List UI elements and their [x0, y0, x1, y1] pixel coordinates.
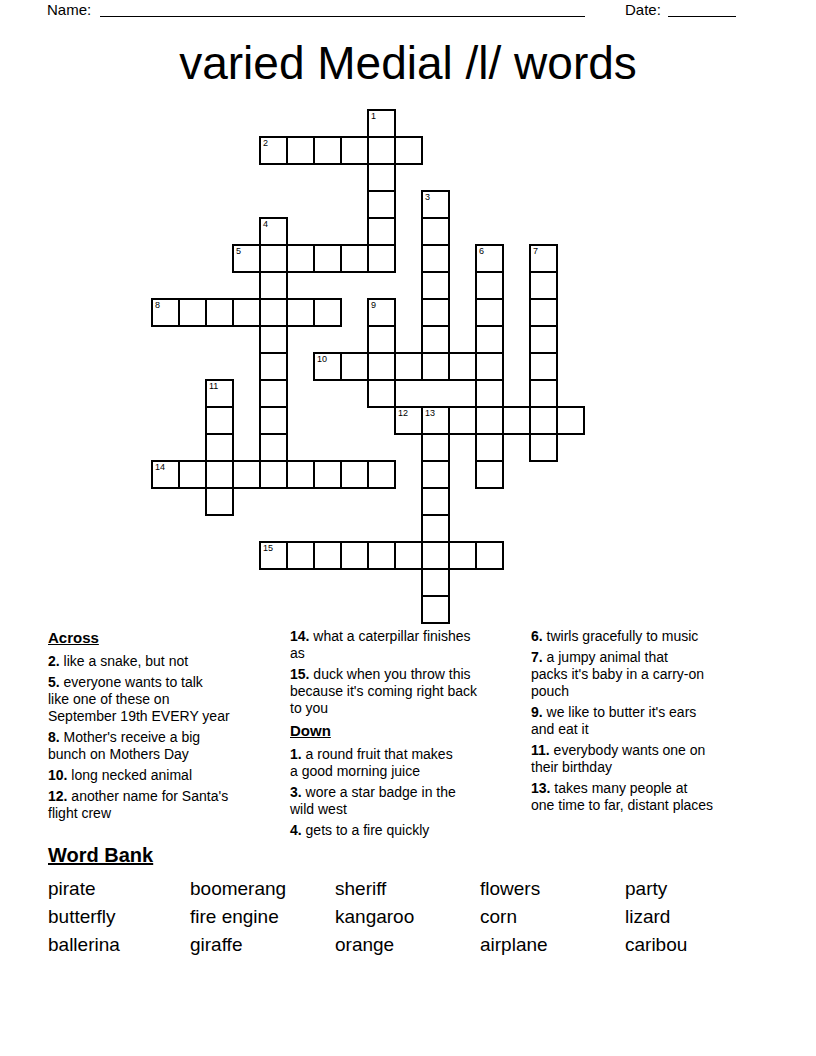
grid-cell[interactable] [422, 569, 449, 596]
grid-cell[interactable] [476, 272, 503, 299]
word-bank-word: pirate [48, 877, 190, 901]
clue-number: 10. [48, 767, 67, 783]
name-label: Name: [47, 1, 91, 19]
grid-cell[interactable] [422, 245, 449, 272]
word-bank-word: caribou [625, 933, 765, 957]
word-bank-heading: Word Bank [48, 843, 765, 867]
grid-cell[interactable] [422, 299, 449, 326]
grid-cell[interactable] [206, 461, 233, 488]
clue-text: Mother's receive a big bunch on Mothers … [48, 729, 200, 762]
clue-across-5: 5. everyone wants to talk like one of th… [48, 674, 280, 725]
grid-cell[interactable]: 15 [260, 542, 287, 569]
grid-cell[interactable] [422, 434, 449, 461]
grid-cell[interactable]: 6 [476, 245, 503, 272]
grid-cell[interactable] [206, 434, 233, 461]
clue-text: we like to butter it's ears and eat it [531, 704, 696, 737]
grid-cell[interactable]: 13 [422, 407, 449, 434]
grid-cell[interactable]: 3 [422, 191, 449, 218]
clue-down-11: 11. everybody wants one on their birthda… [531, 742, 766, 776]
grid-cell[interactable] [422, 515, 449, 542]
grid-cell[interactable] [422, 488, 449, 515]
grid-cell[interactable] [260, 299, 287, 326]
clue-number: 12. [48, 788, 67, 804]
grid-cell[interactable] [530, 272, 557, 299]
grid-cell[interactable] [395, 137, 422, 164]
word-bank-word: giraffe [190, 933, 335, 957]
clue-number: 13. [531, 780, 550, 796]
cell-number: 13 [425, 408, 435, 418]
grid-cell[interactable] [368, 542, 395, 569]
word-bank-word: orange [335, 933, 480, 957]
clue-down-13: 13. takes many people at one time to far… [531, 780, 766, 814]
word-bank-word: fire engine [190, 905, 335, 929]
clue-down-7: 7. a jumpy animal that packs it's baby i… [531, 649, 766, 700]
clue-text: everyone wants to talk like one of these… [48, 674, 230, 724]
grid-cell[interactable] [368, 326, 395, 353]
cell-number: 12 [398, 408, 408, 418]
grid-cell[interactable] [476, 299, 503, 326]
grid-cell[interactable] [260, 326, 287, 353]
grid-cell[interactable] [314, 461, 341, 488]
clues-column-3: 6. twirls gracefully to music 7. a jumpy… [531, 628, 766, 818]
grid-cell[interactable] [530, 326, 557, 353]
grid-cell[interactable] [476, 326, 503, 353]
grid-cell[interactable] [422, 461, 449, 488]
clue-number: 9. [531, 704, 543, 720]
clue-down-9: 9. we like to butter it's ears and eat i… [531, 704, 766, 738]
cell-number: 8 [155, 300, 160, 310]
down-heading: Down [290, 721, 528, 740]
clue-number: 8. [48, 729, 60, 745]
grid-cell[interactable]: 1 [368, 110, 395, 137]
clue-text: gets to a fire quickly [306, 822, 430, 838]
clue-across-15: 15. duck when you throw this because it'… [290, 666, 528, 717]
cell-number: 11 [209, 381, 218, 391]
grid-cell[interactable] [260, 434, 287, 461]
cell-number: 9 [371, 300, 376, 310]
across-heading: Across [48, 628, 280, 647]
word-bank-word: butterfly [48, 905, 190, 929]
word-bank-word: corn [480, 905, 625, 929]
clue-number: 7. [531, 649, 543, 665]
clue-text: long necked animal [71, 767, 192, 783]
grid-cell[interactable]: 9 [368, 299, 395, 326]
grid-cell[interactable] [287, 245, 314, 272]
grid-cell[interactable] [422, 353, 449, 380]
worksheet-page: { "game": "crossword", "title": "varied … [0, 0, 816, 1056]
grid-cell[interactable] [314, 245, 341, 272]
grid-cell[interactable] [530, 299, 557, 326]
clue-number: 6. [531, 628, 543, 644]
grid-cell[interactable] [368, 137, 395, 164]
clue-across-2: 2. like a snake, but not [48, 653, 280, 670]
word-bank-word: boomerang [190, 877, 335, 901]
clue-text: another name for Santa's flight crew [48, 788, 228, 821]
grid-cell[interactable] [260, 461, 287, 488]
grid-cell[interactable]: 12 [395, 407, 422, 434]
grid-cell[interactable] [422, 326, 449, 353]
grid-cell[interactable] [260, 245, 287, 272]
grid-cell[interactable] [449, 407, 476, 434]
grid-cell[interactable] [341, 245, 368, 272]
grid-cell[interactable] [368, 353, 395, 380]
grid-cell[interactable]: 8 [152, 299, 179, 326]
clue-text: a round fruit that makes a good morning … [290, 746, 453, 779]
clue-number: 5. [48, 674, 60, 690]
grid-cell[interactable] [179, 461, 206, 488]
clue-text: duck when you throw this because it's co… [290, 666, 477, 716]
grid-cell[interactable] [260, 353, 287, 380]
grid-cell[interactable] [287, 542, 314, 569]
clue-down-1: 1. a round fruit that makes a good morni… [290, 746, 528, 780]
cell-number: 3 [425, 192, 430, 202]
clue-down-6: 6. twirls gracefully to music [531, 628, 766, 645]
grid-cell[interactable] [530, 434, 557, 461]
grid-cell[interactable] [476, 407, 503, 434]
grid-cell[interactable]: 7 [530, 245, 557, 272]
clue-number: 4. [290, 822, 302, 838]
clue-across-12: 12. another name for Santa's flight crew [48, 788, 280, 822]
grid-cell[interactable] [341, 353, 368, 380]
grid-cell[interactable] [530, 407, 557, 434]
grid-cell[interactable] [422, 596, 449, 623]
cell-number: 2 [263, 138, 268, 148]
grid-cell[interactable] [287, 299, 314, 326]
clue-down-4: 4. gets to a fire quickly [290, 822, 528, 839]
grid-cell[interactable] [206, 488, 233, 515]
clue-across-8: 8. Mother's receive a big bunch on Mothe… [48, 729, 280, 763]
clue-text: takes many people at one time to far, di… [531, 780, 713, 813]
name-input-line[interactable] [100, 16, 585, 17]
clue-number: 11. [531, 742, 550, 758]
grid-cell[interactable] [368, 218, 395, 245]
word-bank-word: ballerina [48, 933, 190, 957]
clue-text: wore a star badge in the wild west [290, 784, 456, 817]
word-bank-word: party [625, 877, 765, 901]
grid-cell[interactable] [368, 191, 395, 218]
grid-cell[interactable] [368, 380, 395, 407]
grid-cell[interactable]: 4 [260, 218, 287, 245]
clue-number: 14. [290, 628, 309, 644]
word-bank-grid: pirate boomerang sheriff flowers party b… [48, 875, 765, 959]
grid-cell[interactable] [233, 299, 260, 326]
grid-cell[interactable] [341, 137, 368, 164]
clue-text: like a snake, but not [64, 653, 189, 669]
grid-cell[interactable]: 10 [314, 353, 341, 380]
cell-number: 7 [533, 246, 538, 256]
grid-cell[interactable] [449, 353, 476, 380]
date-input-line[interactable] [668, 16, 736, 17]
grid-cell[interactable] [206, 299, 233, 326]
grid-cell[interactable] [314, 137, 341, 164]
grid-cell[interactable] [476, 542, 503, 569]
grid-cell[interactable] [314, 299, 341, 326]
word-bank-word: airplane [480, 933, 625, 957]
grid-cell[interactable] [557, 407, 584, 434]
clue-number: 1. [290, 746, 302, 762]
clue-number: 15. [290, 666, 309, 682]
date-label: Date: [625, 1, 661, 19]
grid-cell[interactable] [476, 461, 503, 488]
grid-cell[interactable] [476, 380, 503, 407]
grid-cell[interactable] [422, 272, 449, 299]
clue-text: everybody wants one on their birthday [531, 742, 705, 775]
grid-cell[interactable] [287, 461, 314, 488]
grid-cell[interactable]: 11 [206, 380, 233, 407]
grid-cell[interactable]: 14 [152, 461, 179, 488]
clue-across-14: 14. what a caterpillar finishes as [290, 628, 528, 662]
clue-across-10: 10. long necked animal [48, 767, 280, 784]
grid-cell[interactable] [476, 434, 503, 461]
grid-cell[interactable] [206, 407, 233, 434]
grid-cell[interactable] [503, 407, 530, 434]
cell-number: 14 [155, 462, 165, 472]
grid-cell[interactable] [368, 245, 395, 272]
word-bank-word: kangaroo [335, 905, 480, 929]
grid-cell[interactable] [422, 542, 449, 569]
grid-cell[interactable] [260, 272, 287, 299]
grid-cell[interactable] [233, 461, 260, 488]
clue-number: 3. [290, 784, 302, 800]
word-bank: Word Bank pirate boomerang sheriff flowe… [48, 843, 765, 959]
grid-cell[interactable] [422, 218, 449, 245]
grid-cell[interactable]: 2 [260, 137, 287, 164]
clues-column-1: Across 2. like a snake, but not 5. every… [48, 628, 280, 826]
clue-text: twirls gracefully to music [547, 628, 699, 644]
clue-number: 2. [48, 653, 60, 669]
grid-cell[interactable] [368, 461, 395, 488]
grid-cell[interactable] [368, 164, 395, 191]
word-bank-word: lizard [625, 905, 765, 929]
cell-number: 6 [479, 246, 484, 256]
cell-number: 1 [371, 111, 376, 121]
clue-text: a jumpy animal that packs it's baby in a… [531, 649, 704, 699]
grid-cell[interactable] [530, 353, 557, 380]
crossword-grid: 123456789101112131415 [152, 110, 584, 623]
grid-cell[interactable] [395, 353, 422, 380]
page-title: varied Medial /l/ words [0, 36, 816, 90]
grid-cell[interactable] [449, 542, 476, 569]
clues-column-2: 14. what a caterpillar finishes as 15. d… [290, 628, 528, 843]
cell-number: 5 [236, 246, 241, 256]
grid-cell[interactable] [341, 461, 368, 488]
grid-cell[interactable] [530, 380, 557, 407]
grid-cell[interactable] [476, 353, 503, 380]
grid-cell[interactable]: 5 [233, 245, 260, 272]
grid-cell[interactable] [260, 380, 287, 407]
word-bank-word: flowers [480, 877, 625, 901]
grid-cell[interactable] [179, 299, 206, 326]
grid-cell[interactable] [341, 542, 368, 569]
word-bank-word: sheriff [335, 877, 480, 901]
cell-number: 15 [263, 543, 273, 553]
cell-number: 10 [317, 354, 327, 364]
grid-cell[interactable] [314, 542, 341, 569]
clue-text: what a caterpillar finishes as [290, 628, 471, 661]
grid-cell[interactable] [287, 137, 314, 164]
cell-number: 4 [263, 219, 268, 229]
grid-cell[interactable] [260, 407, 287, 434]
clue-down-3: 3. wore a star badge in the wild west [290, 784, 528, 818]
grid-cell[interactable] [395, 542, 422, 569]
